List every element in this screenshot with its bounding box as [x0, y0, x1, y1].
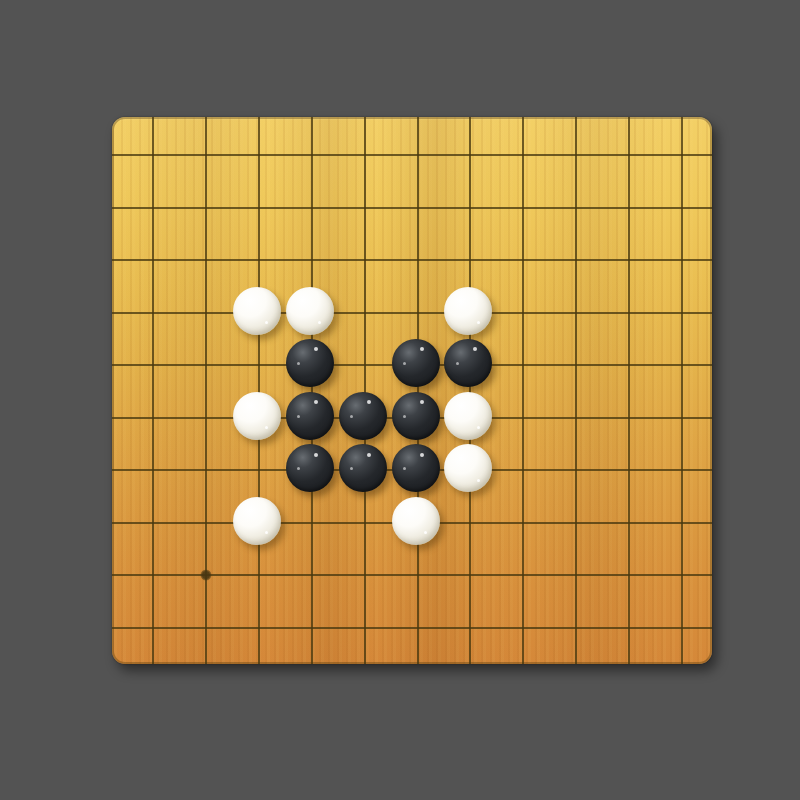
grid-line-vertical-11: [681, 117, 683, 664]
stone-white[interactable]: [444, 444, 492, 492]
grid-line-horizontal-4: [112, 312, 712, 314]
grid-line-vertical-6: [417, 117, 419, 664]
stone-black[interactable]: [339, 392, 387, 440]
stone-highlight-icon: [420, 347, 424, 351]
grid: [112, 117, 712, 664]
stone-white[interactable]: [233, 497, 281, 545]
stone-black[interactable]: [286, 339, 334, 387]
grid-line-horizontal-10: [112, 627, 712, 629]
stone-black[interactable]: [392, 444, 440, 492]
stone-white[interactable]: [233, 287, 281, 335]
stone-highlight-icon: [367, 400, 371, 404]
star-point: [200, 570, 211, 581]
stone-black[interactable]: [286, 444, 334, 492]
stone-white[interactable]: [233, 392, 281, 440]
stone-highlight-icon: [265, 426, 268, 429]
go-board[interactable]: [112, 117, 712, 664]
stone-highlight-icon: [314, 453, 318, 457]
stone-white[interactable]: [392, 497, 440, 545]
stone-highlight-icon: [318, 321, 321, 324]
stone-highlight-icon: [477, 479, 480, 482]
stone-highlight-icon: [420, 453, 424, 457]
stone-black[interactable]: [392, 392, 440, 440]
grid-line-vertical-4: [311, 117, 313, 664]
grid-line-vertical-3: [258, 117, 260, 664]
stone-white[interactable]: [286, 287, 334, 335]
stone-highlight-icon: [350, 415, 353, 418]
stone-highlight-icon: [367, 453, 371, 457]
grid-line-horizontal-3: [112, 259, 712, 261]
grid-line-vertical-10: [628, 117, 630, 664]
grid-line-vertical-7: [469, 117, 471, 664]
stone-highlight-icon: [477, 321, 480, 324]
grid-line-vertical-2: [205, 117, 207, 664]
stone-black[interactable]: [286, 392, 334, 440]
stone-highlight-icon: [350, 467, 353, 470]
grid-line-vertical-8: [522, 117, 524, 664]
stone-highlight-icon: [403, 415, 406, 418]
stone-highlight-icon: [297, 467, 300, 470]
grid-line-horizontal-1: [112, 154, 712, 156]
background: [0, 0, 800, 800]
stone-white[interactable]: [444, 287, 492, 335]
stone-highlight-icon: [477, 426, 480, 429]
stone-highlight-icon: [473, 347, 477, 351]
stone-highlight-icon: [297, 362, 300, 365]
stone-highlight-icon: [314, 347, 318, 351]
stone-highlight-icon: [456, 362, 459, 365]
stone-highlight-icon: [420, 400, 424, 404]
stone-highlight-icon: [424, 531, 427, 534]
stone-highlight-icon: [265, 321, 268, 324]
grid-line-vertical-9: [575, 117, 577, 664]
stone-highlight-icon: [403, 362, 406, 365]
stone-highlight-icon: [265, 531, 268, 534]
stone-black[interactable]: [392, 339, 440, 387]
stone-black[interactable]: [444, 339, 492, 387]
stone-black[interactable]: [339, 444, 387, 492]
stone-highlight-icon: [297, 415, 300, 418]
grid-line-horizontal-2: [112, 207, 712, 209]
stone-highlight-icon: [403, 467, 406, 470]
stone-highlight-icon: [314, 400, 318, 404]
grid-line-vertical-1: [152, 117, 154, 664]
grid-line-vertical-5: [364, 117, 366, 664]
stone-white[interactable]: [444, 392, 492, 440]
